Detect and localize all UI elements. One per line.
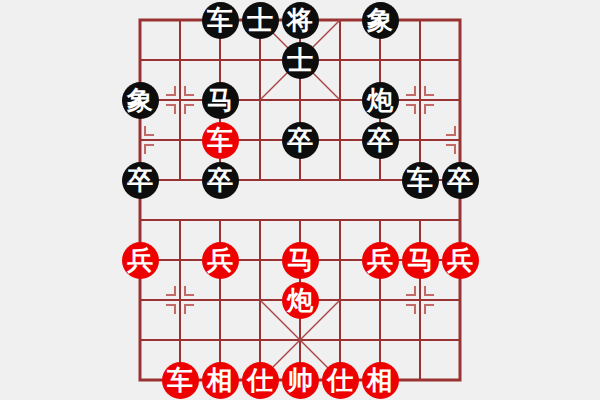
- piece-red-advisor-1[interactable]: 仕: [242, 362, 279, 399]
- piece-red-soldier-1[interactable]: 兵: [122, 242, 159, 279]
- piece-red-general[interactable]: 帅: [282, 362, 319, 399]
- piece-black-cannon[interactable]: 炮: [362, 82, 399, 119]
- piece-red-elephant-1[interactable]: 相: [202, 362, 239, 399]
- piece-black-horse[interactable]: 马: [202, 82, 239, 119]
- piece-black-soldier-5[interactable]: 卒: [442, 162, 479, 199]
- piece-black-chariot-2[interactable]: 车: [402, 162, 439, 199]
- piece-red-horse-2[interactable]: 马: [402, 242, 439, 279]
- piece-red-chariot-1[interactable]: 车: [202, 122, 239, 159]
- xiangqi-app: 车士将象士象马炮车卒卒卒卒车卒兵兵马兵马兵炮车相仕帅仕相: [0, 0, 600, 400]
- piece-black-advisor-1[interactable]: 士: [242, 2, 279, 39]
- piece-red-soldier-4[interactable]: 兵: [442, 242, 479, 279]
- piece-black-chariot-1[interactable]: 车: [202, 2, 239, 39]
- piece-red-cannon[interactable]: 炮: [282, 282, 319, 319]
- piece-black-elephant-2[interactable]: 象: [122, 82, 159, 119]
- piece-black-soldier-4[interactable]: 卒: [202, 162, 239, 199]
- piece-black-soldier-1[interactable]: 卒: [282, 122, 319, 159]
- piece-red-soldier-3[interactable]: 兵: [362, 242, 399, 279]
- piece-black-soldier-3[interactable]: 卒: [122, 162, 159, 199]
- piece-grid: 车士将象士象马炮车卒卒卒卒车卒兵兵马兵马兵炮车相仕帅仕相: [120, 0, 480, 400]
- piece-black-soldier-2[interactable]: 卒: [362, 122, 399, 159]
- piece-red-chariot-2[interactable]: 车: [162, 362, 199, 399]
- piece-red-soldier-2[interactable]: 兵: [202, 242, 239, 279]
- piece-red-elephant-2[interactable]: 相: [362, 362, 399, 399]
- piece-red-advisor-2[interactable]: 仕: [322, 362, 359, 399]
- piece-black-elephant-1[interactable]: 象: [362, 2, 399, 39]
- piece-black-general[interactable]: 将: [282, 2, 319, 39]
- piece-black-advisor-2[interactable]: 士: [282, 42, 319, 79]
- piece-red-horse-1[interactable]: 马: [282, 242, 319, 279]
